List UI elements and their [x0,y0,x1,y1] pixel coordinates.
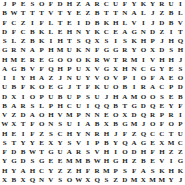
cell-r19c20[interactable]: K [176,167,185,176]
cell-r8c8[interactable]: P [65,65,74,74]
cell-r5c15[interactable]: K [130,37,139,46]
cell-r16c7[interactable]: Y [56,139,65,148]
cell-r4c4[interactable]: B [28,28,37,37]
cell-r3c6[interactable]: L [46,19,55,28]
cell-r12c5[interactable]: L [37,102,46,111]
cell-r13c9[interactable]: P [74,111,83,120]
cell-r3c8[interactable]: E [65,19,74,28]
cell-r8c11[interactable]: V [93,65,102,74]
cell-r11c20[interactable]: B [176,93,185,102]
cell-r17c9[interactable]: R [74,148,83,157]
cell-r11c13[interactable]: H [111,93,120,102]
cell-r16c16[interactable]: G [139,139,148,148]
cell-r16c11[interactable]: P [93,139,102,148]
cell-r9c3[interactable]: Y [19,74,28,83]
cell-r7c3[interactable]: E [19,56,28,65]
cell-r14c7[interactable]: S [56,120,65,129]
cell-r20c20[interactable]: J [176,176,185,185]
cell-r16c13[interactable]: Y [111,139,120,148]
cell-r6c11[interactable]: F [93,46,102,55]
cell-r15c7[interactable]: C [56,130,65,139]
cell-r19c18[interactable]: K [157,167,166,176]
cell-r13c20[interactable]: I [176,111,185,120]
cell-r4c6[interactable]: L [46,28,55,37]
cell-r8c2[interactable]: G [9,65,18,74]
cell-r4c12[interactable]: C [102,28,111,37]
cell-r8c16[interactable]: C [139,65,148,74]
cell-r15c5[interactable]: Z [37,130,46,139]
cell-r15c10[interactable]: N [83,130,92,139]
cell-r19c6[interactable]: Y [46,167,55,176]
cell-r5c11[interactable]: X [93,37,102,46]
cell-r4c20[interactable]: T [176,28,185,37]
cell-r7c15[interactable]: M [130,56,139,65]
cell-r2c10[interactable]: Z [83,9,92,18]
cell-r20c6[interactable]: V [46,176,55,185]
cell-r7c8[interactable]: O [65,56,74,65]
cell-r3c18[interactable]: D [157,19,166,28]
cell-r2c12[interactable]: T [102,9,111,18]
cell-r16c8[interactable]: S [65,139,74,148]
cell-r1c17[interactable]: Y [148,0,157,9]
cell-r10c6[interactable]: E [46,83,55,92]
cell-r9c2[interactable]: I [9,74,18,83]
cell-r10c19[interactable]: P [167,83,176,92]
cell-r6c12[interactable]: G [102,46,111,55]
cell-r12c16[interactable]: D [139,102,148,111]
cell-r17c19[interactable]: Z [167,148,176,157]
cell-r3c3[interactable]: Z [19,19,28,28]
cell-r6c15[interactable]: Y [130,46,139,55]
cell-r17c1[interactable]: F [0,148,9,157]
cell-r9c7[interactable]: J [56,74,65,83]
cell-r2c3[interactable]: T [19,9,28,18]
cell-r15c6[interactable]: S [46,130,55,139]
cell-r20c15[interactable]: M [130,176,139,185]
cell-r11c5[interactable]: P [37,93,46,102]
cell-r3c12[interactable]: K [102,19,111,28]
cell-r5c7[interactable]: H [56,37,65,46]
cell-r7c16[interactable]: I [139,56,148,65]
cell-r20c8[interactable]: O [65,176,74,185]
cell-r15c19[interactable]: T [167,130,176,139]
cell-r4c13[interactable]: E [111,28,120,37]
cell-r13c16[interactable]: Q [139,111,148,120]
cell-r12c10[interactable]: I [83,102,92,111]
cell-r4c17[interactable]: D [148,28,157,37]
cell-r18c7[interactable]: E [56,157,65,166]
cell-r13c7[interactable]: V [56,111,65,120]
cell-r8c17[interactable]: G [148,65,157,74]
cell-r15c4[interactable]: F [28,130,37,139]
cell-r18c4[interactable]: S [28,157,37,166]
cell-r4c19[interactable]: I [167,28,176,37]
cell-r3c15[interactable]: V [130,19,139,28]
cell-r4c7[interactable]: E [56,28,65,37]
cell-r1c12[interactable]: C [102,0,111,9]
cell-r13c18[interactable]: P [157,111,166,120]
cell-r13c5[interactable]: O [37,111,46,120]
cell-r13c3[interactable]: D [19,111,28,120]
cell-r11c2[interactable]: X [9,93,18,102]
cell-r16c4[interactable]: Y [28,139,37,148]
cell-r5c8[interactable]: T [65,37,74,46]
cell-r1c18[interactable]: R [157,0,166,9]
cell-r6c13[interactable]: G [111,46,120,55]
cell-r18c13[interactable]: G [111,157,120,166]
cell-r14c10[interactable]: A [83,120,92,129]
cell-r9c11[interactable]: V [93,74,102,83]
cell-r12c6[interactable]: P [46,102,55,111]
cell-r10c11[interactable]: K [93,83,102,92]
cell-r11c8[interactable]: U [65,93,74,102]
cell-r19c4[interactable]: H [28,167,37,176]
cell-r11c17[interactable]: O [148,93,157,102]
cell-r16c20[interactable]: C [176,139,185,148]
cell-r20c10[interactable]: X [83,176,92,185]
cell-r5c4[interactable]: B [28,37,37,46]
cell-r13c8[interactable]: M [65,111,74,120]
cell-r13c4[interactable]: A [28,111,37,120]
cell-r15c16[interactable]: Q [139,130,148,139]
cell-r17c16[interactable]: H [139,148,148,157]
cell-r18c8[interactable]: M [65,157,74,166]
cell-r14c3[interactable]: T [19,120,28,129]
cell-r12c4[interactable]: S [28,102,37,111]
cell-r20c19[interactable]: Y [167,176,176,185]
cell-r13c15[interactable]: D [130,111,139,120]
cell-r20c1[interactable]: X [0,176,9,185]
cell-r8c14[interactable]: H [120,65,129,74]
cell-r2c11[interactable]: B [93,9,102,18]
cell-r5c14[interactable]: S [120,37,129,46]
cell-r3c1[interactable]: F [0,19,9,28]
cell-r3c13[interactable]: H [111,19,120,28]
cell-r7c4[interactable]: R [28,56,37,65]
cell-r12c12[interactable]: Q [102,102,111,111]
cell-r4c16[interactable]: N [139,28,148,37]
cell-r8c1[interactable]: A [0,65,9,74]
cell-r1c5[interactable]: O [37,0,46,9]
cell-r11c18[interactable]: S [157,93,166,102]
cell-r16c2[interactable]: T [9,139,18,148]
cell-r12c18[interactable]: E [157,102,166,111]
cell-r16c15[interactable]: A [130,139,139,148]
cell-r10c20[interactable]: D [176,83,185,92]
cell-r6c7[interactable]: M [56,46,65,55]
cell-r13c17[interactable]: R [148,111,157,120]
cell-r8c18[interactable]: Y [157,65,166,74]
cell-r17c6[interactable]: G [46,148,55,157]
cell-r19c8[interactable]: Z [65,167,74,176]
cell-r8c6[interactable]: Q [46,65,55,74]
cell-r18c2[interactable]: G [9,157,18,166]
cell-r2c13[interactable]: T [111,9,120,18]
cell-r19c9[interactable]: H [74,167,83,176]
cell-r15c17[interactable]: C [148,130,157,139]
cell-r7c9[interactable]: O [74,56,83,65]
cell-r10c13[interactable]: O [111,83,120,92]
cell-r11c3[interactable]: I [19,93,28,102]
cell-r17c15[interactable]: D [130,148,139,157]
cell-r12c2[interactable]: A [9,102,18,111]
cell-r3c16[interactable]: I [139,19,148,28]
cell-r7c6[interactable]: G [46,56,55,65]
cell-r19c10[interactable]: F [83,167,92,176]
cell-r3c20[interactable]: V [176,19,185,28]
cell-r4c9[interactable]: N [74,28,83,37]
cell-r10c15[interactable]: I [130,83,139,92]
cell-r6c16[interactable]: O [139,46,148,55]
cell-r15c15[interactable]: Z [130,130,139,139]
cell-r14c8[interactable]: U [65,120,74,129]
cell-r6c9[interactable]: K [74,46,83,55]
cell-r20c14[interactable]: D [120,176,129,185]
cell-r17c7[interactable]: U [56,148,65,157]
cell-r13c1[interactable]: V [0,111,9,120]
cell-r10c17[interactable]: A [148,83,157,92]
cell-r14c19[interactable]: O [167,120,176,129]
cell-r1c15[interactable]: Y [130,0,139,9]
cell-r1c16[interactable]: K [139,0,148,9]
cell-r17c18[interactable]: H [157,148,166,157]
cell-r2c1[interactable]: B [0,9,9,18]
cell-r10c1[interactable]: U [0,83,9,92]
cell-r14c9[interactable]: I [74,120,83,129]
cell-r19c5[interactable]: C [37,167,46,176]
cell-r8c5[interactable]: F [37,65,46,74]
cell-r14c18[interactable]: F [157,120,166,129]
cell-r3c7[interactable]: T [56,19,65,28]
cell-r18c1[interactable]: Y [0,157,9,166]
cell-r10c7[interactable]: G [56,83,65,92]
cell-r12c7[interactable]: H [56,102,65,111]
cell-r7c20[interactable]: J [176,56,185,65]
cell-r5c3[interactable]: Z [19,37,28,46]
cell-r17c10[interactable]: S [83,148,92,157]
cell-r6c1[interactable]: G [0,46,9,55]
cell-r20c16[interactable]: X [139,176,148,185]
cell-r10c18[interactable]: C [157,83,166,92]
cell-r1c8[interactable]: H [65,0,74,9]
cell-r9c6[interactable]: Z [46,74,55,83]
cell-r7c12[interactable]: W [102,56,111,65]
cell-r9c8[interactable]: N [65,74,74,83]
cell-r1c13[interactable]: U [111,0,120,9]
cell-r4c15[interactable]: G [130,28,139,37]
cell-r14c14[interactable]: G [120,120,129,129]
cell-r3c19[interactable]: B [167,19,176,28]
cell-r11c12[interactable]: J [102,93,111,102]
cell-r4c10[interactable]: Y [83,28,92,37]
cell-r9c10[interactable]: Y [83,74,92,83]
cell-r17c8[interactable]: A [65,148,74,157]
cell-r10c8[interactable]: J [65,83,74,92]
cell-r2c4[interactable]: T [28,9,37,18]
cell-r19c16[interactable]: A [139,167,148,176]
cell-r7c14[interactable]: R [120,56,129,65]
cell-r13c19[interactable]: R [167,111,176,120]
cell-r20c4[interactable]: Q [28,176,37,185]
cell-r19c19[interactable]: H [167,167,176,176]
cell-r15c12[interactable]: H [102,130,111,139]
cell-r9c4[interactable]: H [28,74,37,83]
cell-r8c3[interactable]: B [19,65,28,74]
cell-r7c1[interactable]: H [0,56,9,65]
cell-r18c15[interactable]: Z [130,157,139,166]
cell-r19c2[interactable]: Y [9,167,18,176]
cell-r16c19[interactable]: M [167,139,176,148]
cell-r20c7[interactable]: S [56,176,65,185]
cell-r10c12[interactable]: U [102,83,111,92]
cell-r1c20[interactable]: I [176,0,185,9]
cell-r5c19[interactable]: H [167,37,176,46]
cell-r9c15[interactable]: I [130,74,139,83]
cell-r18c16[interactable]: B [139,157,148,166]
cell-r19c15[interactable]: F [130,167,139,176]
cell-r14c13[interactable]: B [111,120,120,129]
cell-r5c17[interactable]: P [148,37,157,46]
cell-r14c20[interactable]: P [176,120,185,129]
cell-r11c16[interactable]: O [139,93,148,102]
cell-r8c15[interactable]: N [130,65,139,74]
cell-r18c19[interactable]: I [167,157,176,166]
cell-r14c5[interactable]: O [37,120,46,129]
cell-r5c1[interactable]: S [0,37,9,46]
cell-r1c7[interactable]: D [56,0,65,9]
cell-r12c1[interactable]: B [0,102,9,111]
cell-r4c3[interactable]: C [19,28,28,37]
cell-r10c5[interactable]: O [37,83,46,92]
cell-r6c2[interactable]: R [9,46,18,55]
cell-r3c9[interactable]: I [74,19,83,28]
cell-r16c10[interactable]: I [83,139,92,148]
cell-r17c14[interactable]: O [120,148,129,157]
cell-r9c9[interactable]: U [74,74,83,83]
cell-r17c12[interactable]: H [102,148,111,157]
cell-r3c5[interactable]: F [37,19,46,28]
cell-r15c2[interactable]: E [9,130,18,139]
cell-r18c6[interactable]: E [46,157,55,166]
cell-r20c9[interactable]: W [74,176,83,185]
cell-r11c14[interactable]: A [120,93,129,102]
cell-r5c12[interactable]: S [102,37,111,46]
cell-r4c11[interactable]: K [93,28,102,37]
cell-r3c4[interactable]: I [28,19,37,28]
cell-r2c16[interactable]: L [139,9,148,18]
cell-r7c11[interactable]: R [93,56,102,65]
cell-r6c19[interactable]: S [167,46,176,55]
cell-r5c9[interactable]: S [74,37,83,46]
cell-r7c10[interactable]: K [83,56,92,65]
cell-r6c14[interactable]: R [120,46,129,55]
cell-r17c11[interactable]: V [93,148,102,157]
cell-r12c17[interactable]: Q [148,102,157,111]
cell-r10c14[interactable]: B [120,83,129,92]
cell-r19c14[interactable]: S [120,167,129,176]
cell-r18c17[interactable]: E [148,157,157,166]
cell-r17c17[interactable]: F [148,148,157,157]
cell-r10c3[interactable]: F [19,83,28,92]
cell-r11c6[interactable]: U [46,93,55,102]
cell-r1c19[interactable]: U [167,0,176,9]
cell-r20c18[interactable]: M [157,176,166,185]
cell-r6c20[interactable]: H [176,46,185,55]
cell-r15c14[interactable]: F [120,130,129,139]
cell-r16c9[interactable]: V [74,139,83,148]
cell-r7c17[interactable]: V [148,56,157,65]
cell-r3c2[interactable]: C [9,19,18,28]
cell-r2c14[interactable]: N [120,9,129,18]
cell-r9c13[interactable]: V [111,74,120,83]
cell-r2c8[interactable]: Y [65,9,74,18]
cell-r5c13[interactable]: I [111,37,120,46]
cell-r12c20[interactable]: F [176,102,185,111]
cell-r18c12[interactable]: H [102,157,111,166]
cell-r11c7[interactable]: B [56,93,65,102]
cell-r7c19[interactable]: H [167,56,176,65]
cell-r8c7[interactable]: H [56,65,65,74]
cell-r11c11[interactable]: U [93,93,102,102]
cell-r15c8[interactable]: H [65,130,74,139]
cell-r12c13[interactable]: B [111,102,120,111]
cell-r3c17[interactable]: J [148,19,157,28]
cell-r8c20[interactable]: S [176,65,185,74]
cell-r6c6[interactable]: H [46,46,55,55]
cell-r14c16[interactable]: J [139,120,148,129]
cell-r2c17[interactable]: J [148,9,157,18]
cell-r12c3[interactable]: R [19,102,28,111]
cell-r6c8[interactable]: U [65,46,74,55]
cell-r7c5[interactable]: E [37,56,46,65]
cell-r2c7[interactable]: T [56,9,65,18]
cell-r11c9[interactable]: P [74,93,83,102]
cell-r15c9[interactable]: Y [74,130,83,139]
cell-r14c2[interactable]: X [9,120,18,129]
cell-r18c20[interactable]: G [176,157,185,166]
cell-r4c2[interactable]: F [9,28,18,37]
cell-r8c9[interactable]: U [74,65,83,74]
cell-r18c14[interactable]: H [120,157,129,166]
cell-r10c4[interactable]: K [28,83,37,92]
cell-r9c1[interactable]: I [0,74,9,83]
cell-r4c8[interactable]: H [65,28,74,37]
cell-r1c6[interactable]: F [46,0,55,9]
cell-r2c15[interactable]: A [130,9,139,18]
cell-r2c19[interactable]: B [167,9,176,18]
cell-r3c11[interactable]: B [93,19,102,28]
cell-r7c13[interactable]: T [111,56,120,65]
cell-r16c1[interactable]: S [0,139,9,148]
cell-r19c13[interactable]: P [111,167,120,176]
cell-r15c13[interactable]: J [111,130,120,139]
cell-r12c8[interactable]: C [65,102,74,111]
cell-r12c14[interactable]: T [120,102,129,111]
cell-r1c11[interactable]: R [93,0,102,9]
cell-r10c10[interactable]: F [83,83,92,92]
cell-r16c5[interactable]: E [37,139,46,148]
cell-r14c4[interactable]: F [28,120,37,129]
cell-r15c18[interactable]: C [157,130,166,139]
cell-r1c2[interactable]: P [9,0,18,9]
cell-r4c14[interactable]: A [120,28,129,37]
cell-r5c16[interactable]: H [139,37,148,46]
cell-r20c17[interactable]: M [148,176,157,185]
cell-r11c19[interactable]: E [167,93,176,102]
cell-r18c11[interactable]: W [93,157,102,166]
cell-r18c5[interactable]: G [37,157,46,166]
cell-r12c11[interactable]: Q [93,102,102,111]
